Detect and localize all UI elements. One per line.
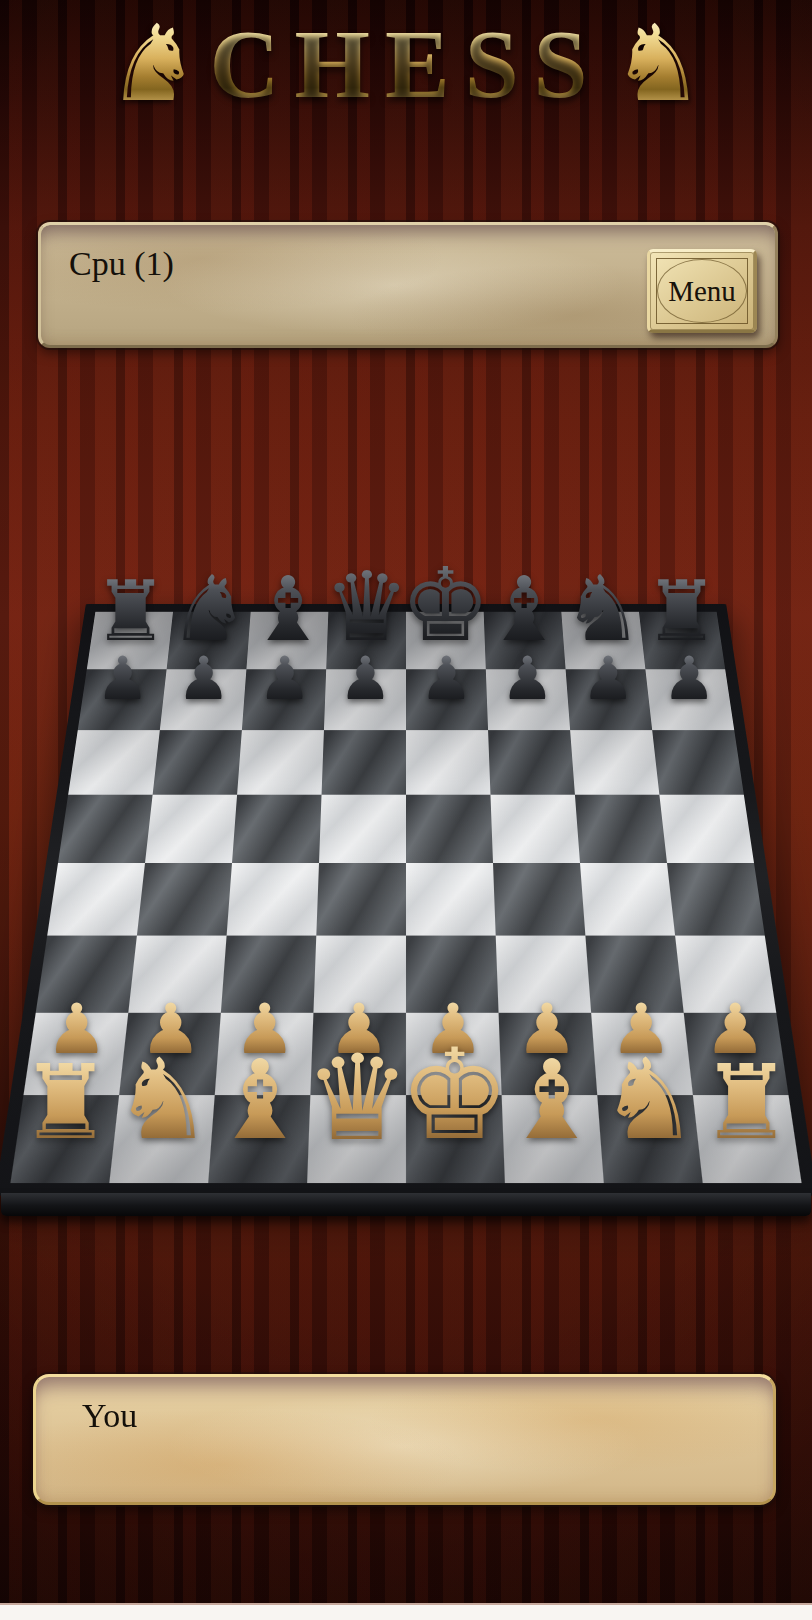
square-e1[interactable] — [406, 1095, 505, 1183]
square-h4[interactable] — [667, 863, 765, 936]
square-b1[interactable] — [109, 1095, 214, 1183]
app-title: CHESS — [203, 16, 608, 113]
square-a2[interactable] — [23, 1013, 128, 1095]
square-d2[interactable] — [310, 1013, 406, 1095]
square-e6[interactable] — [406, 730, 490, 794]
square-d5[interactable] — [319, 795, 406, 863]
square-d7[interactable] — [324, 669, 406, 730]
square-f4[interactable] — [493, 863, 585, 936]
square-a7[interactable] — [78, 669, 167, 730]
square-b3[interactable] — [128, 936, 226, 1013]
square-d4[interactable] — [316, 863, 406, 936]
square-d1[interactable] — [307, 1095, 406, 1183]
square-e3[interactable] — [406, 936, 499, 1013]
square-b5[interactable] — [145, 795, 237, 863]
square-c7[interactable] — [242, 669, 326, 730]
app-screen: ♞ CHESS ♞ Cpu (1) Menu ♜♞♝♛♚♝♞♜♟♟♟♟♟♟♟♟♟… — [0, 0, 812, 1620]
square-g6[interactable] — [570, 730, 659, 794]
square-h5[interactable] — [659, 795, 754, 863]
square-a8[interactable] — [87, 612, 173, 670]
square-c4[interactable] — [227, 863, 319, 936]
square-h3[interactable] — [675, 936, 776, 1013]
square-e4[interactable] — [406, 863, 496, 936]
menu-button[interactable]: Menu — [647, 249, 757, 333]
square-f6[interactable] — [488, 730, 575, 794]
square-g5[interactable] — [575, 795, 667, 863]
square-f1[interactable] — [502, 1095, 604, 1183]
square-g8[interactable] — [561, 612, 645, 670]
square-h7[interactable] — [645, 669, 734, 730]
player-label: You — [82, 1399, 137, 1433]
square-c1[interactable] — [208, 1095, 310, 1183]
square-d6[interactable] — [322, 730, 406, 794]
knight-emblem-right-icon: ♞ — [611, 11, 706, 117]
square-f2[interactable] — [499, 1013, 598, 1095]
square-g2[interactable] — [591, 1013, 693, 1095]
square-g3[interactable] — [585, 936, 683, 1013]
square-c6[interactable] — [237, 730, 324, 794]
square-d8[interactable] — [326, 612, 406, 670]
square-f7[interactable] — [486, 669, 570, 730]
square-b6[interactable] — [153, 730, 242, 794]
square-g7[interactable] — [566, 669, 653, 730]
square-g1[interactable] — [597, 1095, 702, 1183]
knight-emblem-left-icon: ♞ — [106, 11, 201, 117]
title-bar: ♞ CHESS ♞ — [0, 0, 812, 128]
square-b2[interactable] — [119, 1013, 221, 1095]
square-e2[interactable] — [406, 1013, 502, 1095]
square-b8[interactable] — [167, 612, 251, 670]
menu-button-label: Menu — [650, 252, 754, 330]
square-a4[interactable] — [47, 863, 145, 936]
chess-board[interactable] — [0, 604, 812, 1196]
square-c3[interactable] — [221, 936, 316, 1013]
square-g4[interactable] — [580, 863, 675, 936]
square-h1[interactable] — [693, 1095, 802, 1183]
square-h6[interactable] — [652, 730, 744, 794]
square-b7[interactable] — [160, 669, 247, 730]
bottom-white-strip — [0, 1603, 812, 1620]
square-a1[interactable] — [10, 1095, 119, 1183]
square-c8[interactable] — [246, 612, 328, 670]
board-edge — [1, 1193, 811, 1216]
square-f5[interactable] — [490, 795, 580, 863]
square-f3[interactable] — [496, 936, 591, 1013]
square-e7[interactable] — [406, 669, 488, 730]
board-grid — [10, 612, 801, 1183]
square-e8[interactable] — [406, 612, 486, 670]
square-d3[interactable] — [313, 936, 406, 1013]
square-a6[interactable] — [68, 730, 160, 794]
square-h2[interactable] — [684, 1013, 789, 1095]
square-c2[interactable] — [215, 1013, 314, 1095]
square-c5[interactable] — [232, 795, 322, 863]
opponent-bar: Cpu (1) Menu — [38, 222, 778, 348]
player-bar: You — [33, 1374, 776, 1505]
square-a5[interactable] — [58, 795, 153, 863]
square-f8[interactable] — [484, 612, 566, 670]
opponent-label: Cpu (1) — [69, 247, 174, 281]
square-b4[interactable] — [137, 863, 232, 936]
square-e5[interactable] — [406, 795, 493, 863]
square-a3[interactable] — [36, 936, 137, 1013]
square-h8[interactable] — [639, 612, 725, 670]
